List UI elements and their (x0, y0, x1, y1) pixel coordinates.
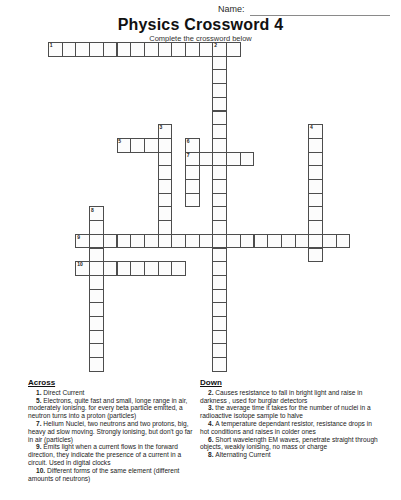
clue-number: 10 (77, 262, 83, 267)
grid-cell[interactable] (89, 261, 104, 276)
grid-cell[interactable] (89, 357, 104, 372)
clue-number: 6 (187, 139, 190, 144)
grid-cell[interactable] (212, 97, 227, 112)
grid-cell[interactable] (212, 343, 227, 358)
grid-cell[interactable] (308, 193, 323, 208)
grid-cell[interactable] (308, 179, 323, 194)
grid-cell[interactable] (117, 261, 132, 276)
grid-cell[interactable] (158, 206, 173, 221)
grid-cell[interactable] (144, 261, 159, 276)
grid-cell[interactable] (212, 165, 227, 180)
grid-cell[interactable] (308, 234, 323, 249)
grid-cell[interactable] (89, 330, 104, 345)
grid-cell[interactable] (158, 42, 173, 57)
grid-cell[interactable] (158, 152, 173, 167)
grid-cell[interactable]: 4 (308, 124, 323, 139)
grid-cell[interactable] (171, 42, 186, 57)
clue-item: 2. Causes resistance to fall in bright l… (200, 389, 380, 405)
grid-cell[interactable] (212, 248, 227, 263)
grid-cell[interactable]: 2 (212, 42, 227, 57)
grid-cell[interactable]: 9 (75, 234, 90, 249)
grid-cell[interactable] (254, 234, 269, 249)
clue-item: 5. Electrons, quite fast and small, long… (28, 397, 196, 420)
clue-item: 10. Different forms of the same element … (28, 467, 196, 483)
grid-cell[interactable] (212, 316, 227, 331)
grid-cell[interactable] (308, 138, 323, 153)
grid-cell[interactable] (199, 234, 214, 249)
grid-cell[interactable] (240, 234, 255, 249)
grid-cell[interactable] (295, 234, 310, 249)
grid-cell[interactable] (158, 234, 173, 249)
grid-cell[interactable] (212, 206, 227, 221)
clue-item: 1. Direct Current (28, 389, 196, 397)
grid-cell[interactable] (212, 289, 227, 304)
grid-cell[interactable] (89, 275, 104, 290)
clue-item: 6. Short wavelength EM waves, penetrate … (200, 436, 380, 452)
grid-cell[interactable]: 7 (185, 152, 200, 167)
grid-cell[interactable] (158, 138, 173, 153)
grid-cell[interactable]: 1 (48, 42, 63, 57)
clue-number: 8 (91, 208, 94, 213)
name-label: Name: (218, 4, 245, 14)
grid-cell[interactable] (212, 124, 227, 139)
clue-number: 3 (159, 125, 162, 130)
clue-number: 7 (187, 153, 190, 158)
across-heading: Across (28, 379, 196, 387)
grid-cell[interactable] (267, 234, 282, 249)
grid-cell[interactable] (212, 302, 227, 317)
clue-item: 7. Helium Nuclei, two neutrons and two p… (28, 420, 196, 443)
grid-cell[interactable] (308, 165, 323, 180)
grid-cell[interactable] (158, 179, 173, 194)
clue-item: 4. A temperature dependant resistor, res… (200, 420, 380, 436)
grid-cell[interactable] (212, 138, 227, 153)
grid-cell[interactable] (185, 234, 200, 249)
grid-cell[interactable] (226, 152, 241, 167)
grid-cell[interactable] (308, 220, 323, 235)
grid-cell[interactable] (144, 234, 159, 249)
clue-number: 4 (310, 125, 313, 130)
grid-cell[interactable] (212, 56, 227, 71)
grid-cell[interactable] (89, 302, 104, 317)
grid-cell[interactable] (117, 234, 132, 249)
grid-cell[interactable]: 8 (89, 206, 104, 221)
grid-cell[interactable] (158, 193, 173, 208)
name-row: Name: (0, 2, 401, 16)
grid-cell[interactable] (103, 261, 118, 276)
grid-cell[interactable] (212, 111, 227, 126)
grid-cell[interactable] (89, 248, 104, 263)
grid-cell[interactable] (212, 220, 227, 235)
clue-number: 2 (214, 43, 217, 48)
down-heading: Down (200, 379, 380, 387)
grid-cell[interactable] (144, 138, 159, 153)
grid-cell[interactable]: 5 (117, 138, 132, 153)
grid-cell[interactable]: 10 (75, 261, 90, 276)
grid-cell[interactable] (322, 234, 337, 249)
grid-cell[interactable] (336, 234, 351, 249)
grid-cell[interactable] (144, 42, 159, 57)
grid-cell[interactable] (308, 206, 323, 221)
clue-number: 9 (77, 235, 80, 240)
grid-cell[interactable] (62, 42, 77, 57)
grid-cell[interactable] (89, 234, 104, 249)
grid-cell[interactable] (212, 179, 227, 194)
grid-cell[interactable] (130, 261, 145, 276)
grid-cell[interactable] (103, 234, 118, 249)
grid-cell[interactable] (89, 316, 104, 331)
grid-cell[interactable] (89, 220, 104, 235)
grid-cell[interactable] (185, 179, 200, 194)
grid-cell[interactable]: 3 (158, 124, 173, 139)
grid-cell[interactable] (226, 234, 241, 249)
grid-cell[interactable] (212, 357, 227, 372)
clue-number: 1 (50, 43, 53, 48)
clue-item: 3. the average time it takes for the num… (200, 404, 380, 420)
grid-cell[interactable] (212, 83, 227, 98)
grid-cell[interactable] (171, 234, 186, 249)
clue-number: 5 (118, 139, 121, 144)
grid-cell[interactable] (212, 261, 227, 276)
grid-cell[interactable]: 6 (185, 138, 200, 153)
grid-cell[interactable] (212, 69, 227, 84)
grid-cell[interactable] (158, 165, 173, 180)
grid-cell[interactable] (212, 234, 227, 249)
grid-cell[interactable] (130, 42, 145, 57)
grid-cell[interactable] (89, 343, 104, 358)
grid-cell[interactable] (281, 234, 296, 249)
grid-cell[interactable] (89, 42, 104, 57)
clue-item: 8. Alternating Current (200, 451, 380, 459)
page-title: Physics Crossword 4 (0, 16, 401, 34)
grid-cell[interactable] (75, 42, 90, 57)
grid-cell[interactable] (308, 248, 323, 263)
grid-cell[interactable] (158, 220, 173, 235)
grid-cell[interactable] (103, 42, 118, 57)
grid-cell[interactable] (185, 193, 200, 208)
grid-cell[interactable] (199, 152, 214, 167)
grid-cell[interactable] (158, 261, 173, 276)
grid-cell[interactable] (185, 42, 200, 57)
grid-cell[interactable] (240, 152, 255, 167)
grid-cell[interactable] (308, 152, 323, 167)
grid-cell[interactable] (89, 289, 104, 304)
grid-cell[interactable] (171, 261, 186, 276)
grid-cell[interactable] (212, 193, 227, 208)
worksheet-page: Name: Physics Crossword 4 Complete the c… (0, 0, 401, 500)
grid-cell[interactable] (130, 138, 145, 153)
clue-item: 9. Emits light when a current flows in t… (28, 443, 196, 466)
down-clues: Down 2. Causes resistance to fall in bri… (200, 379, 380, 459)
grid-cell[interactable] (185, 165, 200, 180)
grid-cell[interactable] (212, 330, 227, 345)
crossword-grid: 12345678910 (48, 42, 350, 372)
grid-cell[interactable] (212, 275, 227, 290)
grid-cell[interactable] (130, 234, 145, 249)
grid-cell[interactable] (226, 42, 241, 57)
grid-cell[interactable] (212, 152, 227, 167)
grid-cell[interactable] (199, 42, 214, 57)
across-clues: Across 1. Direct Current5. Electrons, qu… (28, 379, 196, 482)
grid-cell[interactable] (117, 42, 132, 57)
